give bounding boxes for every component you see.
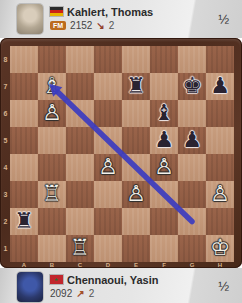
square-a1[interactable] (10, 235, 38, 262)
square-b8[interactable] (38, 46, 66, 73)
piece-black-rook-a2[interactable]: ♜ (10, 208, 38, 235)
square-e7[interactable]: ♜ (122, 73, 150, 100)
square-f7[interactable] (150, 73, 178, 100)
square-g1[interactable] (178, 235, 206, 262)
square-h2[interactable] (206, 208, 234, 235)
square-d1[interactable] (94, 235, 122, 262)
square-c7[interactable] (66, 73, 94, 100)
square-a8[interactable] (10, 46, 38, 73)
rank-label-8: 8 (2, 56, 9, 63)
piece-white-pawn-b6[interactable]: ♙ (38, 100, 66, 127)
square-e5[interactable] (122, 127, 150, 154)
piece-black-pawn-f5[interactable]: ♟ (150, 127, 178, 154)
bottom-player-avatar (17, 272, 43, 302)
square-g6[interactable] (178, 100, 206, 127)
piece-black-rook-e7[interactable]: ♜ (122, 73, 150, 100)
piece-white-pawn-d4[interactable]: ♙ (94, 154, 122, 181)
morocco-flag-icon (50, 275, 63, 284)
square-c5[interactable] (66, 127, 94, 154)
bottom-rating-change: 2 (89, 288, 95, 299)
up-right-arrow-icon: ↗ (76, 288, 84, 299)
square-h3[interactable]: ♙ (206, 181, 234, 208)
square-d4[interactable]: ♙ (94, 154, 122, 181)
square-f2[interactable] (150, 208, 178, 235)
piece-black-pawn-g5[interactable]: ♟ (178, 127, 206, 154)
square-g5[interactable]: ♟ (178, 127, 206, 154)
rank-label-6: 6 (2, 110, 9, 117)
bottom-player-rating: 2092 (50, 288, 72, 299)
top-player-avatar (17, 4, 43, 34)
square-g2[interactable] (178, 208, 206, 235)
rank-label-4: 4 (2, 164, 9, 171)
germany-flag-icon (50, 7, 63, 16)
square-a5[interactable] (10, 127, 38, 154)
rank-label-7: 7 (2, 83, 9, 90)
square-e8[interactable] (122, 46, 150, 73)
rank-label-3: 3 (2, 191, 9, 198)
square-g4[interactable] (178, 154, 206, 181)
square-f8[interactable] (150, 46, 178, 73)
square-c2[interactable] (66, 208, 94, 235)
square-b5[interactable] (38, 127, 66, 154)
square-h6[interactable] (206, 100, 234, 127)
square-d6[interactable] (94, 100, 122, 127)
square-b7[interactable]: ♗ (38, 73, 66, 100)
square-e3[interactable]: ♙ (122, 181, 150, 208)
square-a2[interactable]: ♜ (10, 208, 38, 235)
down-right-arrow-icon: ↘ (96, 20, 104, 31)
chess-board-frame: ♗♜♚♟♙♝♟♟♙♙♖♙♙♜♖♔ 87654321ABCDEFGH (0, 38, 242, 268)
square-d3[interactable] (94, 181, 122, 208)
square-c6[interactable] (66, 100, 94, 127)
top-player-line2: FM 2152 ↘ 2 (50, 19, 114, 32)
bottom-player-score: ½ (218, 278, 229, 293)
rank-label-2: 2 (2, 218, 9, 225)
square-e4[interactable] (122, 154, 150, 181)
square-d7[interactable] (94, 73, 122, 100)
piece-black-bishop-f6[interactable]: ♝ (150, 100, 178, 127)
square-e2[interactable] (122, 208, 150, 235)
bottom-player-name: Chennaoui, Yasin (67, 274, 159, 286)
square-c1[interactable]: ♖ (66, 235, 94, 262)
square-b3[interactable]: ♖ (38, 181, 66, 208)
square-g7[interactable]: ♚ (178, 73, 206, 100)
square-c3[interactable] (66, 181, 94, 208)
square-a4[interactable] (10, 154, 38, 181)
square-d8[interactable] (94, 46, 122, 73)
square-h5[interactable] (206, 127, 234, 154)
top-player-bar: Kahlert, Thomas FM 2152 ↘ 2 ½ (0, 0, 242, 38)
square-f4[interactable]: ♙ (150, 154, 178, 181)
top-player-score: ½ (218, 12, 229, 27)
fm-title-badge: FM (50, 21, 66, 30)
piece-black-pawn-h7[interactable]: ♟ (206, 73, 234, 100)
piece-white-pawn-e3[interactable]: ♙ (122, 181, 150, 208)
piece-white-pawn-h3[interactable]: ♙ (206, 181, 234, 208)
square-h4[interactable] (206, 154, 234, 181)
piece-white-rook-b3[interactable]: ♖ (38, 181, 66, 208)
bottom-player-line1: Chennaoui, Yasin (50, 272, 159, 287)
rank-label-5: 5 (2, 137, 9, 144)
square-h8[interactable] (206, 46, 234, 73)
square-f3[interactable] (150, 181, 178, 208)
square-e6[interactable] (122, 100, 150, 127)
top-player-rating: 2152 (70, 20, 92, 31)
chess-board[interactable]: ♗♜♚♟♙♝♟♟♙♙♖♙♙♜♖♔ (10, 46, 234, 262)
square-c8[interactable] (66, 46, 94, 73)
square-h7[interactable]: ♟ (206, 73, 234, 100)
square-h1[interactable]: ♔ (206, 235, 234, 262)
top-player-line1: Kahlert, Thomas (50, 4, 153, 19)
square-b1[interactable] (38, 235, 66, 262)
square-d5[interactable] (94, 127, 122, 154)
piece-white-rook-c1[interactable]: ♖ (66, 235, 94, 262)
square-a7[interactable] (10, 73, 38, 100)
square-f5[interactable]: ♟ (150, 127, 178, 154)
square-g8[interactable] (178, 46, 206, 73)
square-b4[interactable] (38, 154, 66, 181)
bottom-player-line2: 2092 ↗ 2 (50, 287, 94, 300)
top-rating-change: 2 (109, 20, 115, 31)
piece-black-king-g7[interactable]: ♚ (178, 73, 206, 100)
square-c4[interactable] (66, 154, 94, 181)
square-a3[interactable] (10, 181, 38, 208)
bottom-player-bar: Chennaoui, Yasin 2092 ↗ 2 ½ (0, 268, 242, 303)
rank-label-1: 1 (2, 245, 9, 252)
square-f1[interactable] (150, 235, 178, 262)
square-f6[interactable]: ♝ (150, 100, 178, 127)
square-g3[interactable] (178, 181, 206, 208)
square-b2[interactable] (38, 208, 66, 235)
piece-white-pawn-f4[interactable]: ♙ (150, 154, 178, 181)
chess-broadcast-widget: Kahlert, Thomas FM 2152 ↘ 2 ½ ♗♜♚♟♙♝♟♟♙♙… (0, 0, 242, 303)
square-b6[interactable]: ♙ (38, 100, 66, 127)
piece-white-king-h1[interactable]: ♔ (206, 235, 234, 262)
square-e1[interactable] (122, 235, 150, 262)
square-a6[interactable] (10, 100, 38, 127)
top-player-name: Kahlert, Thomas (67, 6, 153, 18)
piece-white-bishop-b7[interactable]: ♗ (38, 73, 66, 100)
square-d2[interactable] (94, 208, 122, 235)
